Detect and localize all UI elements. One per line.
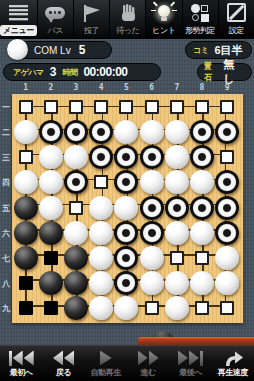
- menu-icon: [9, 0, 28, 25]
- white-stone: [140, 120, 164, 144]
- white-territory-marker: [195, 100, 209, 114]
- white-stone: [14, 120, 38, 144]
- agehama-label: アゲハマ: [13, 67, 44, 78]
- white-territory-marker: [170, 251, 184, 265]
- white-stone: [165, 221, 189, 245]
- dead-black-stone: [140, 145, 164, 169]
- col-label-2: 2: [43, 83, 59, 92]
- dead-black-stone: [215, 120, 239, 144]
- undo-button[interactable]: 待った: [110, 0, 146, 38]
- flag-icon: [80, 0, 102, 25]
- dead-black-stone: [140, 196, 164, 220]
- white-territory-marker: [220, 301, 234, 315]
- undo-button-label: 待った: [116, 25, 139, 36]
- dead-black-stone: [64, 120, 88, 144]
- hand-icon: [118, 0, 138, 25]
- lightbulb-icon: [152, 0, 176, 25]
- auto-play-button[interactable]: 自動再生: [85, 346, 127, 381]
- col-label-4: 4: [93, 83, 109, 92]
- speech-bubble-icon: [45, 0, 65, 25]
- black-stone: [39, 271, 63, 295]
- capture-time-display: アゲハマ 3 時間 00:00:00: [3, 63, 161, 81]
- white-territory-marker: [220, 100, 234, 114]
- menu-button-label: メニュー: [0, 25, 37, 36]
- dead-black-stone: [215, 196, 239, 220]
- white-territory-marker: [69, 201, 83, 215]
- white-territory-marker: [44, 100, 58, 114]
- row-label-1: 一: [1, 102, 11, 113]
- white-stone: [114, 196, 138, 220]
- edit-box-icon: [227, 0, 246, 25]
- black-territory-marker: [19, 301, 33, 315]
- col-label-3: 3: [68, 83, 84, 92]
- play-icon: [100, 349, 112, 367]
- dead-black-stone: [215, 170, 239, 194]
- white-stone: [190, 271, 214, 295]
- settings-button[interactable]: 設定: [219, 0, 254, 38]
- shapes-icon: [191, 0, 209, 25]
- col-label-9: 9: [219, 83, 235, 92]
- white-stone: [39, 145, 63, 169]
- black-territory-marker: [44, 251, 58, 265]
- forward-label: 進む: [141, 367, 156, 379]
- black-stone: [64, 271, 88, 295]
- dead-black-stone: [140, 221, 164, 245]
- white-territory-marker: [145, 100, 159, 114]
- white-territory-marker: [19, 150, 33, 164]
- handicap-label: 置石: [204, 61, 218, 83]
- white-territory-marker: [170, 100, 184, 114]
- hint-button-label: ヒント: [152, 25, 175, 36]
- white-stone: [114, 296, 138, 320]
- skip-to-end-label: 最後へ: [179, 367, 202, 379]
- black-stone: [64, 246, 88, 270]
- white-stone: [215, 271, 239, 295]
- back-button[interactable]: 戻る: [42, 346, 84, 381]
- col-label-8: 8: [194, 83, 210, 92]
- dead-black-stone: [39, 120, 63, 144]
- white-stone: [215, 246, 239, 270]
- row-label-5: 五: [1, 203, 11, 214]
- white-stone: [89, 246, 113, 270]
- white-territory-marker: [195, 301, 209, 315]
- dead-black-stone: [165, 196, 189, 220]
- col-label-7: 7: [169, 83, 185, 92]
- row-label-8: 八: [1, 278, 11, 289]
- white-stone: [165, 271, 189, 295]
- white-stone: [89, 196, 113, 220]
- white-stone: [165, 120, 189, 144]
- dead-black-stone: [114, 221, 138, 245]
- settings-button-label: 設定: [229, 25, 244, 36]
- white-territory-marker: [19, 100, 33, 114]
- forward-button[interactable]: 進む: [127, 346, 169, 381]
- back-label: 戻る: [56, 367, 71, 379]
- col-label-6: 6: [144, 83, 160, 92]
- time-value: 00:00:00: [83, 65, 127, 79]
- pass-button-label: パス: [47, 25, 62, 36]
- agehama-value: 3: [50, 65, 57, 79]
- komi-value: 6目半: [214, 43, 242, 58]
- bottom-toolbar: 最初へ 戻る 自動再生 進む 最後へ 再生速度: [0, 345, 254, 381]
- skip-to-start-button[interactable]: 最初へ: [0, 346, 42, 381]
- black-stone: [14, 246, 38, 270]
- black-territory-marker: [44, 301, 58, 315]
- white-territory-marker: [94, 100, 108, 114]
- white-stone: [39, 196, 63, 220]
- row-label-3: 三: [1, 152, 11, 163]
- white-stone-icon: [7, 39, 28, 60]
- stone-bowl-rim: [138, 337, 254, 345]
- skip-to-end-button[interactable]: 最後へ: [169, 346, 211, 381]
- menu-button[interactable]: メニュー: [0, 0, 38, 38]
- estimate-button-label: 形勢判定: [185, 25, 215, 36]
- white-territory-marker: [119, 100, 133, 114]
- top-toolbar: メニュー パス 投了 待った ヒント: [0, 0, 254, 39]
- go-board[interactable]: [12, 94, 243, 323]
- time-label: 時間: [62, 67, 77, 78]
- white-stone: [140, 271, 164, 295]
- fast-forward-icon: [138, 349, 159, 367]
- white-stone: [14, 170, 38, 194]
- estimate-button[interactable]: 形勢判定: [183, 0, 219, 38]
- white-stone: [140, 246, 164, 270]
- white-stone: [165, 296, 189, 320]
- white-stone: [89, 221, 113, 245]
- black-stone: [14, 196, 38, 220]
- black-stone: [64, 296, 88, 320]
- row-label-2: 二: [1, 127, 11, 138]
- rewind-icon: [53, 349, 74, 367]
- com-lv-value: 5: [79, 43, 86, 57]
- dead-black-stone: [215, 221, 239, 245]
- white-stone: [64, 221, 88, 245]
- black-stone: [14, 221, 38, 245]
- white-stone: [165, 145, 189, 169]
- hint-button[interactable]: ヒント: [146, 0, 182, 38]
- playback-speed-button[interactable]: 再生速度: [212, 346, 254, 381]
- white-territory-marker: [145, 301, 159, 315]
- row-label-4: 四: [1, 177, 11, 188]
- black-stone: [39, 221, 63, 245]
- dead-black-stone: [190, 196, 214, 220]
- dead-black-stone: [190, 120, 214, 144]
- komi-label: コミ: [193, 45, 208, 56]
- resign-button-label: 投了: [84, 25, 99, 36]
- playback-speed-label: 再生速度: [218, 367, 248, 379]
- resign-button[interactable]: 投了: [74, 0, 110, 38]
- white-territory-marker: [195, 251, 209, 265]
- com-lv-label: COM Lv: [34, 45, 71, 56]
- white-territory-marker: [220, 150, 234, 164]
- white-stone: [89, 296, 113, 320]
- white-territory-marker: [69, 100, 83, 114]
- handicap-display: 置石 無し: [197, 63, 252, 81]
- col-label-1: 1: [18, 83, 34, 92]
- auto-play-label: 自動再生: [91, 367, 121, 379]
- white-stone: [190, 221, 214, 245]
- white-stone: [140, 170, 164, 194]
- white-territory-marker: [94, 175, 108, 189]
- pass-button[interactable]: パス: [38, 0, 74, 38]
- playback-speed-icon: [222, 349, 244, 367]
- col-label-5: 5: [118, 83, 134, 92]
- skip-to-end-icon: [178, 349, 203, 367]
- skip-to-start-label: 最初へ: [10, 367, 33, 379]
- skip-to-start-icon: [9, 349, 34, 367]
- row-label-7: 七: [1, 253, 11, 264]
- row-label-9: 九: [1, 303, 11, 314]
- black-territory-marker: [19, 276, 33, 290]
- row-label-6: 六: [1, 228, 11, 239]
